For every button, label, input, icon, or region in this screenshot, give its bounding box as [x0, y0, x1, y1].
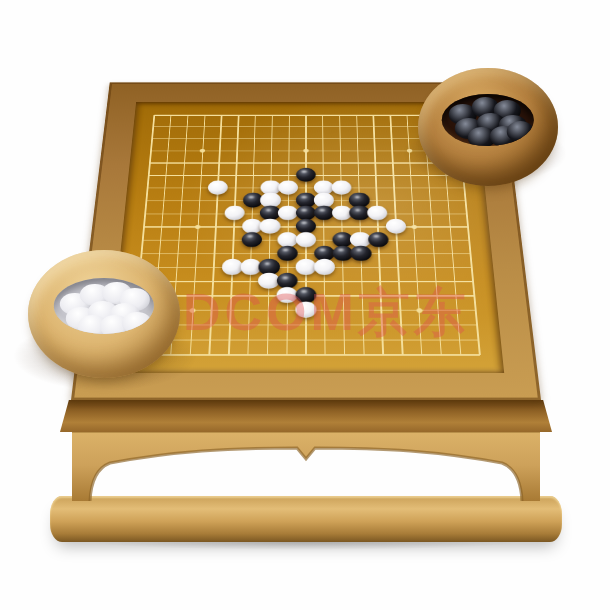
grid-cell: [244, 194, 262, 207]
grid-cell: [258, 332, 277, 347]
grid-cell: [158, 157, 176, 169]
grid-cell: [423, 220, 442, 233]
star-point-cell: [409, 303, 429, 318]
grid-cell: [187, 247, 206, 261]
grid-cell: [229, 121, 246, 133]
grid-cell: [314, 121, 331, 133]
grid-cell: [426, 275, 446, 289]
grid-cell: [348, 109, 365, 121]
grid-cell: [278, 289, 297, 303]
grid-cell: [387, 234, 406, 247]
grid-cell: [209, 182, 227, 195]
grid-cell: [259, 289, 278, 303]
grid-cell: [407, 261, 426, 275]
grid-cell: [391, 318, 411, 333]
grid-cell: [348, 121, 365, 133]
grid-cell: [145, 109, 163, 121]
grid-cell: [297, 121, 314, 133]
grid-cell: [257, 347, 277, 362]
white-stone: [224, 206, 245, 221]
white-stone: [367, 206, 388, 221]
grid-cell: [399, 121, 417, 133]
grid-cell: [371, 275, 390, 289]
grid-cell: [225, 207, 243, 220]
grid-cell: [151, 234, 170, 247]
grid-cell: [354, 332, 374, 347]
grid-cell: [172, 194, 191, 207]
grid-cell: [264, 109, 281, 121]
grid-cell: [445, 275, 465, 289]
grid-cell: [442, 234, 461, 247]
grid-cell: [468, 332, 489, 347]
grid-cell: [155, 194, 174, 207]
grid-cell: [297, 133, 314, 145]
grid-cell: [387, 220, 406, 233]
grid-cell: [398, 109, 416, 121]
grid-cell: [192, 169, 210, 182]
grid-cell: [350, 169, 368, 182]
grid-cell: [352, 275, 371, 289]
grid-cell: [388, 247, 407, 261]
grid-cell: [334, 303, 353, 318]
grid-cell: [315, 303, 334, 318]
grid-cell: [410, 318, 430, 333]
grid-cell: [353, 289, 372, 303]
grid-cell: [134, 220, 153, 233]
grid-cell: [260, 234, 278, 247]
grid-cell: [409, 289, 429, 303]
grid-cell: [392, 332, 412, 347]
grid-cell: [371, 289, 390, 303]
grid-cell: [457, 207, 476, 220]
grid-cell: [393, 347, 413, 362]
grid-cell: [178, 121, 196, 133]
grid-cell: [296, 318, 315, 333]
grid-cell: [470, 347, 491, 362]
grid-cell: [367, 169, 385, 182]
grid-cell: [332, 133, 349, 145]
grid-cell: [196, 109, 214, 121]
grid-cell: [332, 157, 350, 169]
grid-cell: [447, 303, 467, 318]
white-stone: [208, 180, 228, 194]
white-stone: [331, 180, 351, 194]
grid-cell: [334, 275, 353, 289]
grid-cell: [171, 207, 190, 220]
star-point-cell: [297, 145, 314, 157]
grid-cell: [386, 194, 404, 207]
grid-cell: [247, 109, 264, 121]
grid-cell: [182, 318, 202, 333]
grid-cell: [431, 347, 451, 362]
black-stone: [350, 246, 371, 261]
grid-cell: [210, 157, 228, 169]
grid-cell: [142, 145, 160, 157]
grid-cell: [411, 332, 431, 347]
grid-cell: [353, 318, 372, 333]
grid-cell: [353, 303, 372, 318]
grid-cell: [186, 261, 205, 275]
grid-cell: [263, 133, 280, 145]
star-point-cell: [194, 145, 212, 157]
grid-cell: [261, 220, 279, 233]
grid-cell: [212, 133, 230, 145]
grid-cell: [349, 145, 367, 157]
grid-cell: [354, 347, 374, 362]
grid-cell: [459, 220, 478, 233]
grid-cell: [315, 133, 332, 145]
grid-cell: [185, 275, 204, 289]
grid-cell: [334, 261, 353, 275]
grid-cell: [383, 145, 401, 157]
grid-cell: [460, 234, 479, 247]
grid-cell: [279, 207, 297, 220]
grid-cell: [385, 182, 403, 195]
grid-cell: [190, 194, 209, 207]
grid-cell: [331, 121, 348, 133]
table-apron: [72, 430, 540, 502]
grid-cell: [429, 318, 449, 333]
grid-cell: [202, 303, 222, 318]
grid-cell: [136, 207, 155, 220]
grid-cell: [242, 234, 261, 247]
grid-cell: [170, 220, 189, 233]
star-point-cell: [405, 220, 424, 233]
grid-cell: [227, 169, 245, 182]
grid-cell: [208, 194, 226, 207]
grid-cell: [335, 347, 355, 362]
grid-cell: [403, 194, 422, 207]
grid-cell: [332, 145, 349, 157]
grid-cell: [425, 261, 444, 275]
grid-cell: [203, 289, 222, 303]
white-stone: [260, 219, 280, 234]
grid-cell: [225, 220, 244, 233]
grid-cell: [315, 207, 333, 220]
grid-cell: [332, 182, 350, 195]
grid-cell: [366, 145, 384, 157]
grid-cell: [139, 169, 158, 182]
grid-cell: [240, 289, 259, 303]
grid-cell: [349, 133, 366, 145]
grid-cell: [372, 318, 392, 333]
grid-cell: [195, 121, 213, 133]
grid-cell: [207, 207, 226, 220]
grid-cell: [229, 133, 247, 145]
black-stone: [241, 232, 262, 247]
white-stone-bowl: [28, 250, 180, 378]
grid-cell: [156, 182, 175, 195]
grid-cell: [315, 157, 332, 169]
black-stone: [277, 246, 298, 261]
grid-cell: [333, 207, 351, 220]
grid-cell: [366, 133, 384, 145]
grid-cell: [370, 261, 389, 275]
grid-cell: [391, 303, 411, 318]
grid-cell: [212, 121, 230, 133]
grid-cell: [424, 234, 443, 247]
grid-cell: [263, 121, 280, 133]
grid-cell: [246, 133, 263, 145]
grid-cell: [141, 157, 159, 169]
grid-cell: [365, 121, 382, 133]
grid-cell: [262, 157, 280, 169]
grid-cell: [315, 289, 334, 303]
grid-cell: [144, 121, 162, 133]
grid-cell: [412, 347, 432, 362]
grid-cell: [143, 133, 161, 145]
grid-cell: [440, 207, 459, 220]
grid-cell: [280, 121, 297, 133]
grid-cell: [162, 109, 180, 121]
grid-cell: [278, 247, 296, 261]
grid-cell: [204, 261, 223, 275]
grid-cell: [226, 182, 244, 195]
grid-cell: [384, 169, 402, 182]
grid-cell: [352, 247, 371, 261]
grid-cell: [153, 207, 172, 220]
grid-cell: [298, 109, 315, 121]
grid-cell: [280, 157, 297, 169]
grid-cell: [315, 220, 333, 233]
go-table-photo: JDCOM京东: [0, 0, 610, 610]
grid-cell: [199, 347, 219, 362]
grid-cell: [296, 347, 315, 362]
white-bowl-stones: [54, 278, 154, 334]
grid-cell: [221, 303, 240, 318]
grid-cell: [334, 318, 353, 333]
grid-cell: [280, 133, 297, 145]
grid-cell: [258, 318, 277, 333]
grid-cell: [443, 247, 462, 261]
grid-cell: [352, 261, 371, 275]
grid-cell: [177, 133, 195, 145]
black-bowl-stones: [442, 94, 534, 146]
white-stone: [386, 219, 407, 234]
grid-cell: [406, 247, 425, 261]
grid-cell: [203, 275, 222, 289]
grid-cell: [461, 247, 481, 261]
grid-cell: [259, 275, 278, 289]
grid-cell: [277, 332, 296, 347]
black-stone: [368, 232, 389, 247]
grid-cell: [448, 318, 468, 333]
grid-cell: [441, 220, 460, 233]
grid-cell: [161, 121, 179, 133]
grid-cell: [246, 121, 263, 133]
grid-cell: [173, 182, 192, 195]
grid-cell: [368, 207, 386, 220]
grid-cell: [211, 145, 229, 157]
grid-cell: [188, 234, 207, 247]
grid-cell: [189, 207, 208, 220]
grid-cell: [462, 261, 482, 275]
grid-cell: [205, 247, 224, 261]
grid-cell: [280, 145, 297, 157]
grid-cell: [333, 247, 352, 261]
grid-cell: [450, 347, 471, 362]
grid-cell: [241, 275, 260, 289]
grid-cell: [439, 194, 458, 207]
grid-cell: [219, 332, 239, 347]
grid-cell: [296, 332, 315, 347]
grid-cell: [382, 121, 400, 133]
grid-cell: [367, 182, 385, 195]
grid-cell: [365, 109, 382, 121]
grid-cell: [372, 303, 391, 318]
grid-cell: [133, 234, 152, 247]
grid-cell: [315, 261, 334, 275]
grid-cell: [383, 133, 401, 145]
grid-cell: [297, 261, 316, 275]
grid-cell: [384, 157, 402, 169]
grid-cell: [427, 289, 447, 303]
grid-cell: [408, 275, 427, 289]
grid-cell: [421, 194, 440, 207]
grid-cell: [367, 157, 385, 169]
white-stone: [296, 232, 316, 247]
grid-cell: [428, 303, 448, 318]
grid-cell: [449, 332, 469, 347]
grid-cell: [297, 169, 315, 182]
grid-cell: [230, 109, 247, 121]
grid-cell: [315, 318, 334, 333]
grid-cell: [179, 109, 197, 121]
grid-cell: [175, 157, 193, 169]
grid-cell: [382, 109, 399, 121]
grid-cell: [467, 318, 487, 333]
grid-cell: [316, 347, 335, 362]
grid-cell: [221, 289, 240, 303]
grid-cell: [444, 261, 464, 275]
grid-cell: [228, 157, 246, 169]
grid-cell: [404, 207, 423, 220]
grid-cell: [405, 234, 424, 247]
grid-cell: [193, 157, 211, 169]
grid-cell: [245, 157, 263, 169]
grid-cell: [223, 261, 242, 275]
grid-cell: [184, 289, 204, 303]
grid-cell: [281, 109, 298, 121]
grid-cell: [331, 109, 348, 121]
grid-cell: [245, 169, 263, 182]
grid-cell: [241, 261, 260, 275]
grid-cell: [370, 247, 389, 261]
grid-cell: [424, 247, 443, 261]
grid-cell: [334, 289, 353, 303]
grid-cell: [228, 145, 246, 157]
grid-cell: [194, 133, 212, 145]
grid-cell: [463, 275, 483, 289]
grid-cell: [213, 109, 230, 121]
grid-cell: [160, 133, 178, 145]
grid-cell: [373, 332, 393, 347]
board-front-edge: [60, 400, 552, 432]
grid-cell: [335, 332, 354, 347]
grid-cell: [159, 145, 177, 157]
grid-cell: [219, 347, 239, 362]
grid-cell: [245, 145, 263, 157]
grid-cell: [152, 220, 171, 233]
grid-cell: [315, 275, 334, 289]
grid-cell: [278, 303, 297, 318]
grid-cell: [169, 234, 188, 247]
star-point-cell: [188, 220, 207, 233]
white-stone: [278, 180, 298, 194]
grid-cell: [239, 332, 259, 347]
grid-cell: [279, 182, 297, 195]
grid-cell: [349, 157, 367, 169]
grid-cell: [422, 207, 441, 220]
grid-cell: [174, 169, 192, 182]
grid-cell: [390, 289, 409, 303]
grid-cell: [224, 234, 243, 247]
grid-cell: [316, 332, 335, 347]
grid-cell: [176, 145, 194, 157]
grid-cell: [157, 169, 176, 182]
grid-cell: [207, 220, 226, 233]
grid-cell: [222, 275, 241, 289]
grid-cell: [466, 303, 486, 318]
white-stone: [295, 301, 316, 317]
grid-cell: [200, 332, 220, 347]
grid-cell: [456, 194, 475, 207]
black-stone: [296, 168, 316, 182]
grid-cell: [446, 289, 466, 303]
grid-cell: [351, 207, 369, 220]
star-point-cell: [297, 303, 316, 318]
grid-cell: [240, 303, 259, 318]
grid-cell: [263, 145, 280, 157]
grid-cell: [206, 234, 225, 247]
grid-cell: [389, 275, 408, 289]
grid-cell: [277, 318, 296, 333]
grid-cell: [464, 289, 484, 303]
grid-cell: [430, 332, 450, 347]
table-plinth: [50, 496, 562, 542]
grid-cell: [297, 234, 315, 247]
grid-cell: [259, 303, 278, 318]
grid-cell: [315, 145, 332, 157]
grid-cell: [314, 109, 331, 121]
grid-cell: [277, 347, 296, 362]
white-stone: [314, 259, 335, 275]
grid-cell: [373, 347, 393, 362]
grid-cell: [220, 318, 240, 333]
grid-cell: [369, 234, 388, 247]
grid-cell: [137, 194, 156, 207]
grid-cell: [191, 182, 209, 195]
grid-cell: [238, 347, 258, 362]
grid-cell: [239, 318, 258, 333]
star-point-cell: [183, 303, 203, 318]
grid-cell: [389, 261, 408, 275]
black-stone-bowl: [418, 68, 558, 186]
grid-cell: [201, 318, 221, 333]
grid-cell: [138, 182, 157, 195]
